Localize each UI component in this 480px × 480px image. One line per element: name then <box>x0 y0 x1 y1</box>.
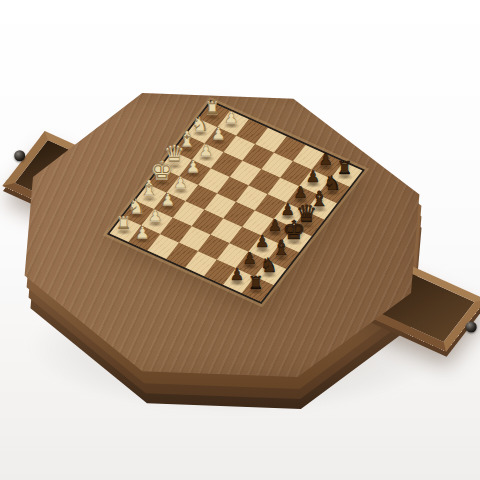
right-drawer-knob-icon <box>466 322 477 333</box>
product-photo-scene: ♜♟♟♜♞♟♟♞♝♟♟♝♛♟♟♛♚♟♟♚♝♟♟♝♞♟♟♞♜♟♟♜ <box>0 0 480 480</box>
left-drawer-knob-icon <box>14 150 25 161</box>
